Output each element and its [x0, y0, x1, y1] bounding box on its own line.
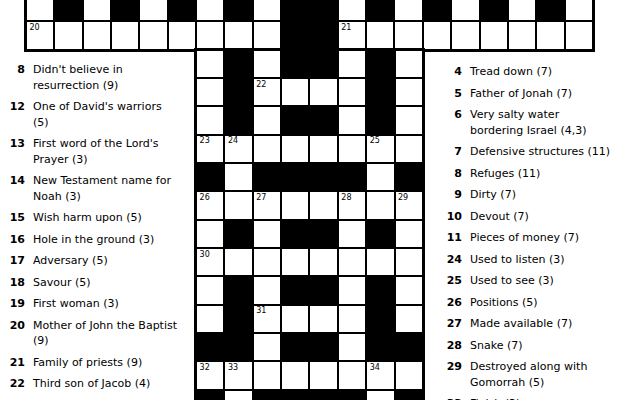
clue-text: Dirty (7) [470, 187, 516, 203]
clue-text: New Testament name forNoah (3) [33, 173, 171, 204]
black-cell [224, 0, 252, 21]
white-cell[interactable] [196, 0, 224, 21]
white-cell[interactable] [224, 390, 252, 400]
cell-number: 28 [341, 193, 351, 202]
clue-across-21: 21Family of priests (9) [0, 355, 196, 371]
black-cell [224, 220, 252, 248]
white-cell[interactable]: 34 [366, 361, 394, 389]
black-cell [281, 333, 309, 361]
white-cell[interactable] [395, 135, 423, 163]
clue-number: 15 [0, 210, 25, 226]
clue-number: 5 [440, 86, 462, 102]
white-cell[interactable] [26, 0, 54, 21]
clue-number: 24 [440, 252, 462, 268]
white-cell[interactable] [338, 135, 366, 163]
white-cell[interactable] [224, 248, 252, 276]
cell-number: 31 [256, 306, 266, 315]
white-cell[interactable] [395, 106, 423, 134]
clue-down-4: 4Tread down (7) [440, 64, 626, 80]
white-cell[interactable] [281, 361, 309, 389]
black-cell [423, 0, 451, 21]
white-cell[interactable] [338, 305, 366, 333]
black-cell [224, 50, 252, 78]
white-cell[interactable] [395, 305, 423, 333]
white-cell[interactable] [366, 248, 394, 276]
white-cell[interactable] [366, 390, 394, 400]
white-cell[interactable] [281, 248, 309, 276]
black-cell [366, 305, 394, 333]
white-cell[interactable] [224, 163, 252, 191]
black-cell [281, 220, 309, 248]
clue-text: One of David's warriors(5) [33, 99, 162, 130]
white-cell[interactable] [196, 305, 224, 333]
clue-across-17: 17Adversary (5) [0, 253, 196, 269]
white-cell[interactable] [338, 106, 366, 134]
clue-number: 14 [0, 173, 25, 204]
white-cell[interactable] [508, 0, 536, 21]
clue-number: 13 [0, 136, 25, 167]
white-cell[interactable] [281, 191, 309, 219]
white-cell[interactable] [253, 106, 281, 134]
clue-number: 19 [0, 296, 25, 312]
black-cell [366, 106, 394, 134]
clue-number: 21 [0, 355, 25, 371]
black-cell [253, 163, 281, 191]
black-cell [395, 163, 423, 191]
clue-number: 12 [0, 99, 25, 130]
white-cell[interactable] [253, 21, 281, 49]
clue-number: 8 [440, 166, 462, 182]
clue-number: 7 [440, 144, 462, 160]
clue-number: 16 [0, 232, 25, 248]
cell-number: 23 [200, 136, 210, 145]
white-cell[interactable] [565, 21, 593, 49]
cell-number: 21 [341, 23, 351, 32]
white-cell[interactable] [451, 0, 479, 21]
clue-across-8: 8Didn't believe inresurrection (9) [0, 62, 196, 93]
white-cell[interactable] [338, 333, 366, 361]
clue-text: Pieces of money (7) [470, 230, 579, 246]
clue-down-5: 5Father of Jonah (7) [440, 86, 626, 102]
black-cell [281, 21, 309, 49]
white-cell[interactable] [508, 21, 536, 49]
white-cell[interactable] [423, 21, 451, 49]
white-cell[interactable]: 31 [253, 305, 281, 333]
black-cell [111, 0, 139, 21]
white-cell[interactable] [309, 305, 337, 333]
clue-number: 26 [440, 295, 462, 311]
clue-down-8: 8Refuges (11) [440, 166, 626, 182]
clue-number: 10 [440, 209, 462, 225]
cell-number: 32 [200, 363, 210, 372]
black-cell [224, 305, 252, 333]
white-cell[interactable] [309, 191, 337, 219]
cell-number: 20 [30, 23, 40, 32]
white-cell[interactable] [309, 135, 337, 163]
white-cell[interactable]: 25 [366, 135, 394, 163]
black-cell [309, 333, 337, 361]
white-cell[interactable] [338, 276, 366, 304]
white-cell[interactable] [111, 21, 139, 49]
clue-down-27: 27Made available (7) [440, 316, 626, 332]
clue-down-6: 6Very salty waterbordering Israel (4,3) [440, 107, 626, 138]
black-cell [366, 50, 394, 78]
clue-down-26: 26Positions (5) [440, 295, 626, 311]
black-cell [309, 106, 337, 134]
black-cell [224, 276, 252, 304]
white-cell[interactable] [139, 0, 167, 21]
white-cell[interactable]: 30 [196, 248, 224, 276]
white-cell[interactable] [309, 78, 337, 106]
black-cell [281, 50, 309, 78]
black-cell [281, 106, 309, 134]
clue-across-22: 22Third son of Jacob (4) [0, 376, 196, 392]
black-cell [366, 333, 394, 361]
white-cell[interactable] [196, 78, 224, 106]
down-clues-column: 4Tread down (7)5Father of Jonah (7)6Very… [440, 64, 626, 400]
white-cell[interactable] [83, 0, 111, 21]
white-cell[interactable] [394, 21, 422, 49]
white-cell[interactable] [338, 0, 366, 21]
black-cell [281, 163, 309, 191]
clue-down-9: 9Dirty (7) [440, 187, 626, 203]
clue-across-16: 16Hole in the ground (3) [0, 232, 196, 248]
black-cell [366, 78, 394, 106]
clue-number: 25 [440, 273, 462, 289]
white-cell[interactable]: 28 [338, 191, 366, 219]
white-cell[interactable] [395, 248, 423, 276]
clue-number: 18 [0, 275, 25, 291]
black-cell [281, 0, 309, 21]
clue-number: 9 [440, 187, 462, 203]
white-cell[interactable] [253, 220, 281, 248]
black-cell [309, 0, 337, 21]
clue-across-18: 18Savour (5) [0, 275, 196, 291]
white-cell[interactable]: 27 [253, 191, 281, 219]
white-cell[interactable] [253, 248, 281, 276]
white-cell[interactable] [281, 78, 309, 106]
white-cell[interactable] [366, 191, 394, 219]
white-cell[interactable] [54, 21, 82, 49]
white-cell[interactable]: 33 [224, 361, 252, 389]
across-clues-column: 8Didn't believe inresurrection (9)12One … [0, 62, 196, 400]
clue-text: First woman (3) [33, 296, 119, 312]
clue-text: Didn't believe inresurrection (9) [33, 62, 123, 93]
clue-text: Tread down (7) [470, 64, 552, 80]
white-cell[interactable] [83, 21, 111, 49]
cell-number: 34 [370, 363, 380, 372]
white-cell[interactable] [139, 21, 167, 49]
clue-across-14: 14New Testament name forNoah (3) [0, 173, 196, 204]
white-cell[interactable] [451, 21, 479, 49]
white-cell[interactable] [196, 220, 224, 248]
clue-text: Snake (7) [470, 338, 523, 354]
clue-text: Hole in the ground (3) [33, 232, 154, 248]
white-cell[interactable] [253, 0, 281, 21]
black-cell [309, 390, 337, 400]
black-cell [224, 78, 252, 106]
clue-number: 8 [0, 62, 25, 93]
clue-text: Wish harm upon (5) [33, 210, 142, 226]
black-cell [196, 333, 224, 361]
white-cell[interactable]: 24 [224, 135, 252, 163]
clue-text: Destroyed along withGomorrah (5) [470, 359, 587, 390]
white-cell[interactable] [309, 361, 337, 389]
clue-text: Refuges (11) [470, 166, 540, 182]
clue-across-20: 20Mother of John the Baptist(9) [0, 318, 196, 349]
clue-number: 27 [440, 316, 462, 332]
clue-text: Positions (5) [470, 295, 538, 311]
white-cell[interactable] [395, 276, 423, 304]
white-cell[interactable] [168, 21, 196, 49]
clue-number: 6 [440, 107, 462, 138]
black-cell [196, 390, 224, 400]
black-cell [309, 163, 337, 191]
clue-text: Family of priests (9) [33, 355, 142, 371]
clue-number: 11 [440, 230, 462, 246]
clue-text: First word of the Lord'sPrayer (3) [33, 136, 159, 167]
white-cell[interactable] [480, 21, 508, 49]
white-cell[interactable] [196, 50, 224, 78]
clue-down-28: 28Snake (7) [440, 338, 626, 354]
black-cell [309, 276, 337, 304]
white-cell[interactable] [253, 276, 281, 304]
cell-number: 24 [228, 136, 238, 145]
clue-text: Defensive structures (11) [470, 144, 610, 160]
white-cell[interactable] [395, 361, 423, 389]
black-cell [395, 390, 423, 400]
cell-number: 33 [228, 363, 238, 372]
white-cell[interactable] [281, 305, 309, 333]
crossword-grid-horizontal-arm: 2021 [24, 0, 595, 52]
clue-down-25: 25Used to see (3) [440, 273, 626, 289]
clue-text: Adversary (5) [33, 253, 108, 269]
black-cell [536, 0, 564, 21]
clue-down-24: 24Used to listen (3) [440, 252, 626, 268]
white-cell[interactable] [281, 135, 309, 163]
clue-down-10: 10Devout (7) [440, 209, 626, 225]
black-cell [309, 50, 337, 78]
white-cell[interactable]: 21 [338, 21, 366, 49]
clue-text: Third son of Jacob (4) [33, 376, 150, 392]
cell-number: 22 [256, 80, 266, 89]
clue-down-29: 29Destroyed along withGomorrah (5) [440, 359, 626, 390]
cell-number: 25 [370, 136, 380, 145]
clue-number: 20 [0, 318, 25, 349]
white-cell[interactable] [253, 333, 281, 361]
white-cell[interactable] [338, 361, 366, 389]
white-cell[interactable] [394, 0, 422, 21]
cell-number: 26 [200, 193, 210, 202]
white-cell[interactable]: 23 [196, 135, 224, 163]
black-cell [168, 0, 196, 21]
white-cell[interactable] [196, 21, 224, 49]
black-cell [196, 163, 224, 191]
black-cell [224, 106, 252, 134]
black-cell [366, 276, 394, 304]
black-cell [281, 390, 309, 400]
clue-down-33: 33Finish (3) [440, 396, 626, 400]
clue-across-13: 13First word of the Lord'sPrayer (3) [0, 136, 196, 167]
clue-text: Savour (5) [33, 275, 91, 291]
clue-number: 28 [440, 338, 462, 354]
white-cell[interactable] [253, 50, 281, 78]
clue-down-11: 11Pieces of money (7) [440, 230, 626, 246]
white-cell[interactable]: 26 [196, 191, 224, 219]
black-cell [366, 0, 394, 21]
white-cell[interactable] [309, 248, 337, 276]
clue-across-15: 15Wish harm upon (5) [0, 210, 196, 226]
clue-number: 33 [440, 396, 462, 400]
clue-across-12: 12One of David's warriors(5) [0, 99, 196, 130]
white-cell[interactable] [224, 191, 252, 219]
clue-number: 17 [0, 253, 25, 269]
white-cell[interactable] [395, 78, 423, 106]
clue-text: Devout (7) [470, 209, 529, 225]
white-cell[interactable] [338, 248, 366, 276]
clue-text: Used to see (3) [470, 273, 554, 289]
black-cell [309, 21, 337, 49]
white-cell[interactable] [338, 50, 366, 78]
white-cell[interactable] [366, 163, 394, 191]
white-cell[interactable]: 20 [26, 21, 54, 49]
white-cell[interactable] [338, 78, 366, 106]
clue-down-7: 7Defensive structures (11) [440, 144, 626, 160]
black-cell [366, 220, 394, 248]
white-cell[interactable] [253, 135, 281, 163]
clue-text: Used to listen (3) [470, 252, 565, 268]
cell-number: 29 [398, 193, 408, 202]
clue-number: 22 [0, 376, 25, 392]
white-cell[interactable] [395, 50, 423, 78]
white-cell[interactable] [224, 21, 252, 49]
white-cell[interactable] [536, 21, 564, 49]
black-cell [395, 333, 423, 361]
white-cell[interactable] [395, 220, 423, 248]
white-cell[interactable]: 32 [196, 361, 224, 389]
crossword-page: 2021 22232425262728293031323334 8Didn't … [0, 0, 626, 400]
black-cell [338, 163, 366, 191]
white-cell[interactable] [196, 106, 224, 134]
crossword-grid-vertical-shaft: 22232425262728293031323334 [194, 48, 425, 400]
clue-text: Mother of John the Baptist(9) [33, 318, 177, 349]
black-cell [480, 0, 508, 21]
white-cell[interactable] [253, 361, 281, 389]
black-cell [309, 220, 337, 248]
white-cell[interactable] [196, 276, 224, 304]
cell-number: 30 [200, 250, 210, 259]
black-cell [224, 333, 252, 361]
white-cell[interactable]: 22 [253, 78, 281, 106]
white-cell[interactable] [366, 21, 394, 49]
clue-text: Made available (7) [470, 316, 572, 332]
clue-number: 4 [440, 64, 462, 80]
black-cell [281, 276, 309, 304]
black-cell [338, 390, 366, 400]
black-cell [253, 390, 281, 400]
cell-number: 27 [256, 193, 266, 202]
black-cell [54, 0, 82, 21]
white-cell[interactable] [338, 220, 366, 248]
clue-across-19: 19First woman (3) [0, 296, 196, 312]
clue-number: 29 [440, 359, 462, 390]
clue-text: Very salty waterbordering Israel (4,3) [470, 107, 586, 138]
clue-text: Father of Jonah (7) [470, 86, 572, 102]
white-cell[interactable]: 29 [395, 191, 423, 219]
white-cell[interactable] [565, 0, 593, 21]
clue-text: Finish (3) [470, 396, 520, 400]
